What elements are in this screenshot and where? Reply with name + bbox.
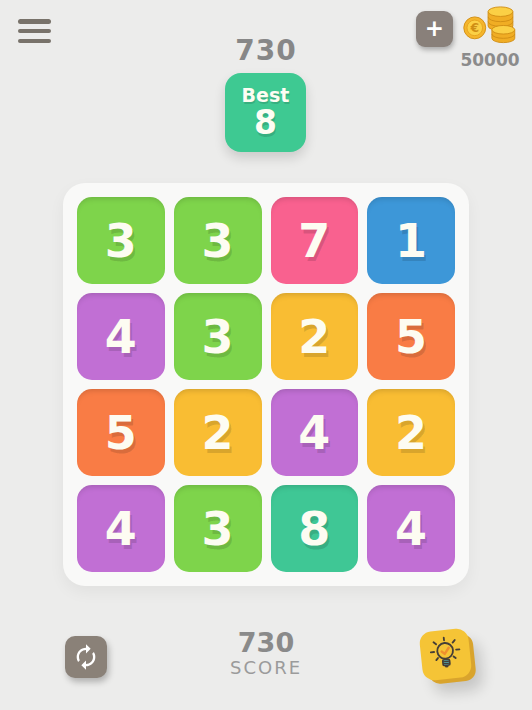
- game-board: 3371432552424384: [63, 183, 469, 586]
- game-screen: 730 Best 8 + € 50000 3371432552424384: [0, 0, 532, 710]
- tile[interactable]: 4: [271, 389, 359, 476]
- tile[interactable]: 4: [367, 485, 455, 572]
- best-label: Best: [242, 85, 290, 105]
- tile[interactable]: 1: [367, 197, 455, 284]
- tile[interactable]: 8: [271, 485, 359, 572]
- tile[interactable]: 2: [367, 389, 455, 476]
- coins-amount: 50000: [458, 50, 522, 70]
- tile[interactable]: 4: [77, 293, 165, 380]
- lightbulb-check-icon: [425, 634, 466, 675]
- add-coins-button[interactable]: +: [416, 11, 453, 47]
- hint-button[interactable]: [419, 628, 473, 682]
- best-value: 8: [254, 105, 277, 141]
- plus-icon: +: [425, 17, 444, 40]
- coins-display: € 50000: [458, 5, 522, 70]
- tile[interactable]: 5: [367, 293, 455, 380]
- tile[interactable]: 3: [174, 293, 262, 380]
- tile[interactable]: 7: [271, 197, 359, 284]
- hamburger-icon: [18, 29, 51, 34]
- tile[interactable]: 5: [77, 389, 165, 476]
- tile[interactable]: 4: [77, 485, 165, 572]
- svg-text:€: €: [469, 21, 479, 35]
- coin-stack-icon: €: [461, 5, 519, 45]
- tile[interactable]: 2: [174, 389, 262, 476]
- hamburger-icon: [18, 19, 51, 24]
- tile[interactable]: 3: [77, 197, 165, 284]
- tile[interactable]: 3: [174, 197, 262, 284]
- best-tile: Best 8: [225, 73, 306, 152]
- tile[interactable]: 3: [174, 485, 262, 572]
- tile[interactable]: 2: [271, 293, 359, 380]
